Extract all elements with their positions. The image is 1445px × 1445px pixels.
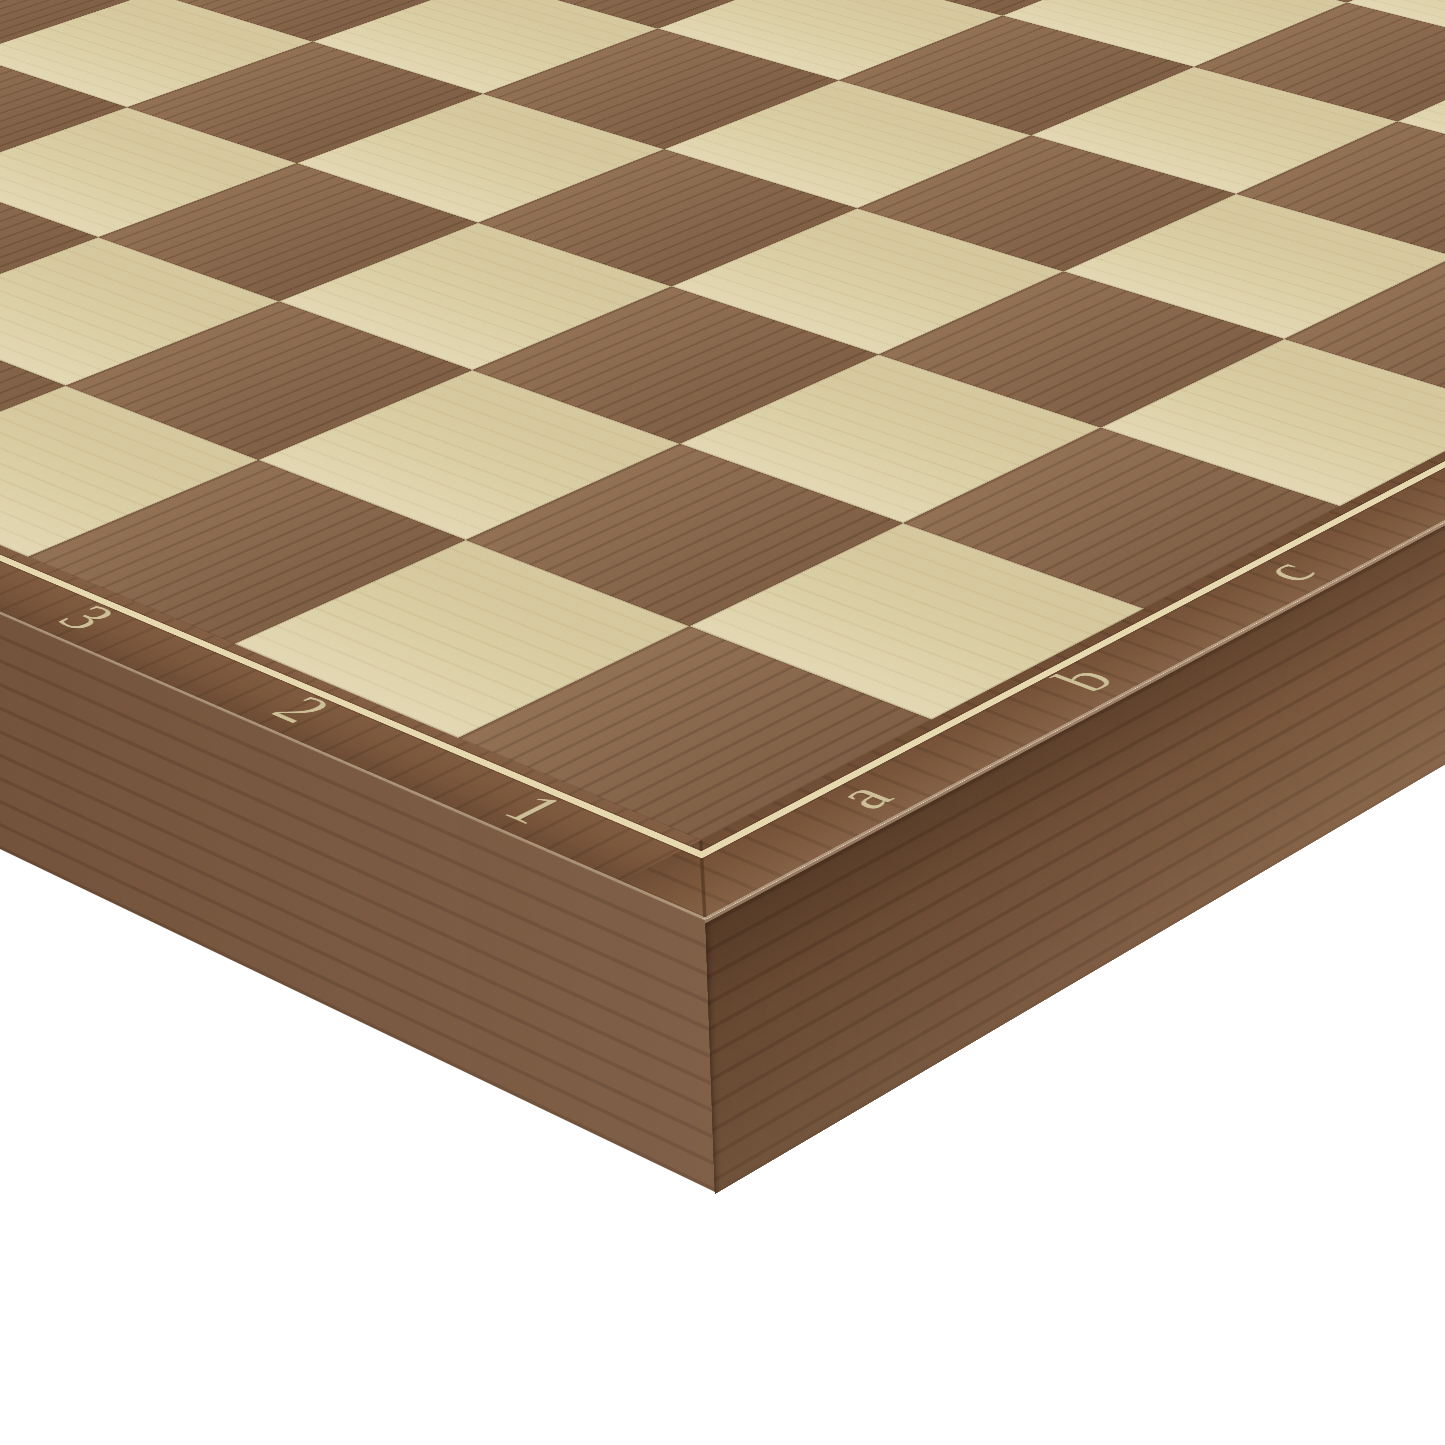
chessboard-product-photo: 12345678abcdefgh (0, 0, 1445, 1445)
chess-board: 12345678abcdefgh (0, 0, 1445, 920)
